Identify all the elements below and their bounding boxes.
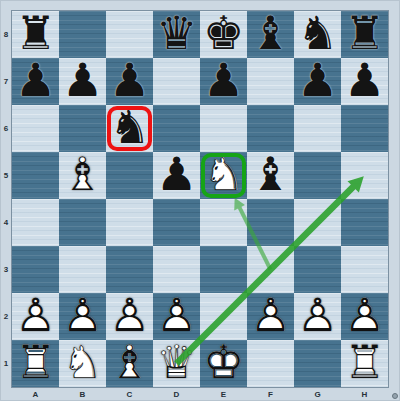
white-pawn-d2[interactable]: ♟♙ [153, 293, 200, 340]
square-h6[interactable] [341, 105, 388, 152]
rook-outline-glyph: ♖ [15, 339, 56, 385]
pawn-outline-glyph: ♙ [15, 292, 56, 338]
knight-glyph: ♞ [109, 104, 150, 150]
black-rook-h8[interactable]: ♜ [341, 11, 388, 58]
square-g5[interactable] [294, 152, 341, 199]
square-h4[interactable] [341, 199, 388, 246]
pawn-outline-glyph: ♙ [156, 292, 197, 338]
square-b1[interactable]: ♞♘ [59, 340, 106, 387]
square-a8[interactable]: ♜ [12, 11, 59, 58]
knight-glyph: ♞ [297, 10, 338, 56]
square-d1[interactable]: ♛♕ [153, 340, 200, 387]
square-c1[interactable]: ♝♗ [106, 340, 153, 387]
white-rook-a1[interactable]: ♜♖ [12, 340, 59, 387]
corner-handle-icon [392, 393, 398, 399]
white-pawn-b2[interactable]: ♟♙ [59, 293, 106, 340]
rank-label-6: 6 [0, 105, 12, 152]
white-rook-h1[interactable]: ♜♖ [341, 340, 388, 387]
square-a3[interactable] [12, 246, 59, 293]
file-labels: ABCDEFGH [12, 387, 388, 401]
file-label-f: F [247, 387, 294, 401]
rank-label-4: 4 [0, 199, 12, 246]
rook-outline-glyph: ♖ [344, 339, 385, 385]
file-label-a: A [12, 387, 59, 401]
white-knight-b1[interactable]: ♞♘ [59, 340, 106, 387]
black-pawn-h7[interactable]: ♟ [341, 58, 388, 105]
queen-outline-glyph: ♕ [156, 339, 197, 385]
queen-glyph: ♛ [156, 10, 197, 56]
square-c4[interactable] [106, 199, 153, 246]
white-pawn-g2[interactable]: ♟♙ [294, 293, 341, 340]
file-label-c: C [106, 387, 153, 401]
king-outline-glyph: ♔ [203, 339, 244, 385]
square-b2[interactable]: ♟♙ [59, 293, 106, 340]
square-a6[interactable] [12, 105, 59, 152]
square-g4[interactable] [294, 199, 341, 246]
black-pawn-d5[interactable]: ♟ [153, 152, 200, 199]
square-f7[interactable] [247, 58, 294, 105]
file-label-b: B [59, 387, 106, 401]
square-g8[interactable]: ♞ [294, 11, 341, 58]
white-knight-e5[interactable]: ♞♘ [200, 152, 247, 199]
square-e6[interactable] [200, 105, 247, 152]
chess-board-window: 87654321 ABCDEFGH ♜♛♚♝♞♜♟♟♟♟♟♟♞♝♗♟♞♘♝♟♙♟… [0, 0, 400, 401]
square-c6[interactable]: ♞ [106, 105, 153, 152]
pawn-outline-glyph: ♙ [62, 292, 103, 338]
rook-glyph: ♜ [344, 10, 385, 56]
square-b8[interactable] [59, 11, 106, 58]
square-h5[interactable] [341, 152, 388, 199]
rank-labels: 87654321 [0, 11, 12, 387]
white-pawn-a2[interactable]: ♟♙ [12, 293, 59, 340]
pawn-outline-glyph: ♙ [109, 292, 150, 338]
black-knight-c6[interactable]: ♞ [106, 105, 153, 152]
square-e1[interactable]: ♚♔ [200, 340, 247, 387]
white-bishop-c1[interactable]: ♝♗ [106, 340, 153, 387]
square-g7[interactable]: ♟ [294, 58, 341, 105]
pawn-glyph: ♟ [62, 57, 103, 103]
square-c2[interactable]: ♟♙ [106, 293, 153, 340]
square-g2[interactable]: ♟♙ [294, 293, 341, 340]
square-f4[interactable] [247, 199, 294, 246]
black-pawn-c7[interactable]: ♟ [106, 58, 153, 105]
black-pawn-e7[interactable]: ♟ [200, 58, 247, 105]
bishop-outline-glyph: ♗ [62, 151, 103, 197]
king-glyph: ♚ [203, 10, 244, 56]
pawn-glyph: ♟ [297, 57, 338, 103]
square-g6[interactable] [294, 105, 341, 152]
square-f2[interactable]: ♟♙ [247, 293, 294, 340]
square-d3[interactable] [153, 246, 200, 293]
square-d2[interactable]: ♟♙ [153, 293, 200, 340]
square-f1[interactable] [247, 340, 294, 387]
pawn-glyph: ♟ [156, 151, 197, 197]
square-e5[interactable]: ♞♘ [200, 152, 247, 199]
square-f3[interactable] [247, 246, 294, 293]
file-label-d: D [153, 387, 200, 401]
rank-label-2: 2 [0, 293, 12, 340]
square-d4[interactable] [153, 199, 200, 246]
square-c7[interactable]: ♟ [106, 58, 153, 105]
black-knight-g8[interactable]: ♞ [294, 11, 341, 58]
rook-glyph: ♜ [15, 10, 56, 56]
square-a1[interactable]: ♜♖ [12, 340, 59, 387]
square-a5[interactable] [12, 152, 59, 199]
pawn-outline-glyph: ♙ [250, 292, 291, 338]
rank-label-3: 3 [0, 246, 12, 293]
square-b7[interactable]: ♟ [59, 58, 106, 105]
pawn-outline-glyph: ♙ [344, 292, 385, 338]
square-e8[interactable]: ♚ [200, 11, 247, 58]
white-king-e1[interactable]: ♚♔ [200, 340, 247, 387]
pawn-glyph: ♟ [109, 57, 150, 103]
black-pawn-g7[interactable]: ♟ [294, 58, 341, 105]
square-e7[interactable]: ♟ [200, 58, 247, 105]
square-f8[interactable]: ♝ [247, 11, 294, 58]
square-h1[interactable]: ♜♖ [341, 340, 388, 387]
square-c8[interactable] [106, 11, 153, 58]
rank-label-8: 8 [0, 11, 12, 58]
pawn-glyph: ♟ [203, 57, 244, 103]
pawn-outline-glyph: ♙ [297, 292, 338, 338]
black-pawn-b7[interactable]: ♟ [59, 58, 106, 105]
square-b5[interactable]: ♝♗ [59, 152, 106, 199]
rank-label-7: 7 [0, 58, 12, 105]
white-bishop-b5[interactable]: ♝♗ [59, 152, 106, 199]
white-pawn-h2[interactable]: ♟♙ [341, 293, 388, 340]
file-label-h: H [341, 387, 388, 401]
square-b3[interactable] [59, 246, 106, 293]
white-pawn-c2[interactable]: ♟♙ [106, 293, 153, 340]
white-pawn-f2[interactable]: ♟♙ [247, 293, 294, 340]
knight-outline-glyph: ♘ [62, 339, 103, 385]
square-g1[interactable] [294, 340, 341, 387]
square-h2[interactable]: ♟♙ [341, 293, 388, 340]
square-a2[interactable]: ♟♙ [12, 293, 59, 340]
square-a4[interactable] [12, 199, 59, 246]
pawn-glyph: ♟ [15, 57, 56, 103]
square-e4[interactable] [200, 199, 247, 246]
bishop-outline-glyph: ♗ [109, 339, 150, 385]
square-d5[interactable]: ♟ [153, 152, 200, 199]
board: ♜♛♚♝♞♜♟♟♟♟♟♟♞♝♗♟♞♘♝♟♙♟♙♟♙♟♙♟♙♟♙♟♙♜♖♞♘♝♗♛… [12, 11, 388, 387]
square-h3[interactable] [341, 246, 388, 293]
file-label-e: E [200, 387, 247, 401]
file-label-g: G [294, 387, 341, 401]
rank-label-5: 5 [0, 152, 12, 199]
white-queen-d1[interactable]: ♛♕ [153, 340, 200, 387]
bishop-glyph: ♝ [250, 10, 291, 56]
black-pawn-a7[interactable]: ♟ [12, 58, 59, 105]
square-e3[interactable] [200, 246, 247, 293]
board-zone: ♜♛♚♝♞♜♟♟♟♟♟♟♞♝♗♟♞♘♝♟♙♟♙♟♙♟♙♟♙♟♙♟♙♜♖♞♘♝♗♛… [12, 11, 388, 387]
square-a7[interactable]: ♟ [12, 58, 59, 105]
square-b6[interactable] [59, 105, 106, 152]
square-d7[interactable] [153, 58, 200, 105]
bishop-glyph: ♝ [250, 151, 291, 197]
square-c5[interactable] [106, 152, 153, 199]
square-h8[interactable]: ♜ [341, 11, 388, 58]
square-f5[interactable]: ♝ [247, 152, 294, 199]
black-king-e8[interactable]: ♚ [200, 11, 247, 58]
black-rook-a8[interactable]: ♜ [12, 11, 59, 58]
knight-outline-glyph: ♘ [203, 151, 244, 197]
square-d6[interactable] [153, 105, 200, 152]
square-h7[interactable]: ♟ [341, 58, 388, 105]
black-bishop-f8[interactable]: ♝ [247, 11, 294, 58]
pawn-glyph: ♟ [344, 57, 385, 103]
rank-label-1: 1 [0, 340, 12, 387]
square-c3[interactable] [106, 246, 153, 293]
black-queen-d8[interactable]: ♛ [153, 11, 200, 58]
black-bishop-f5[interactable]: ♝ [247, 152, 294, 199]
square-b4[interactable] [59, 199, 106, 246]
square-d8[interactable]: ♛ [153, 11, 200, 58]
square-f6[interactable] [247, 105, 294, 152]
square-e2[interactable] [200, 293, 247, 340]
square-g3[interactable] [294, 246, 341, 293]
